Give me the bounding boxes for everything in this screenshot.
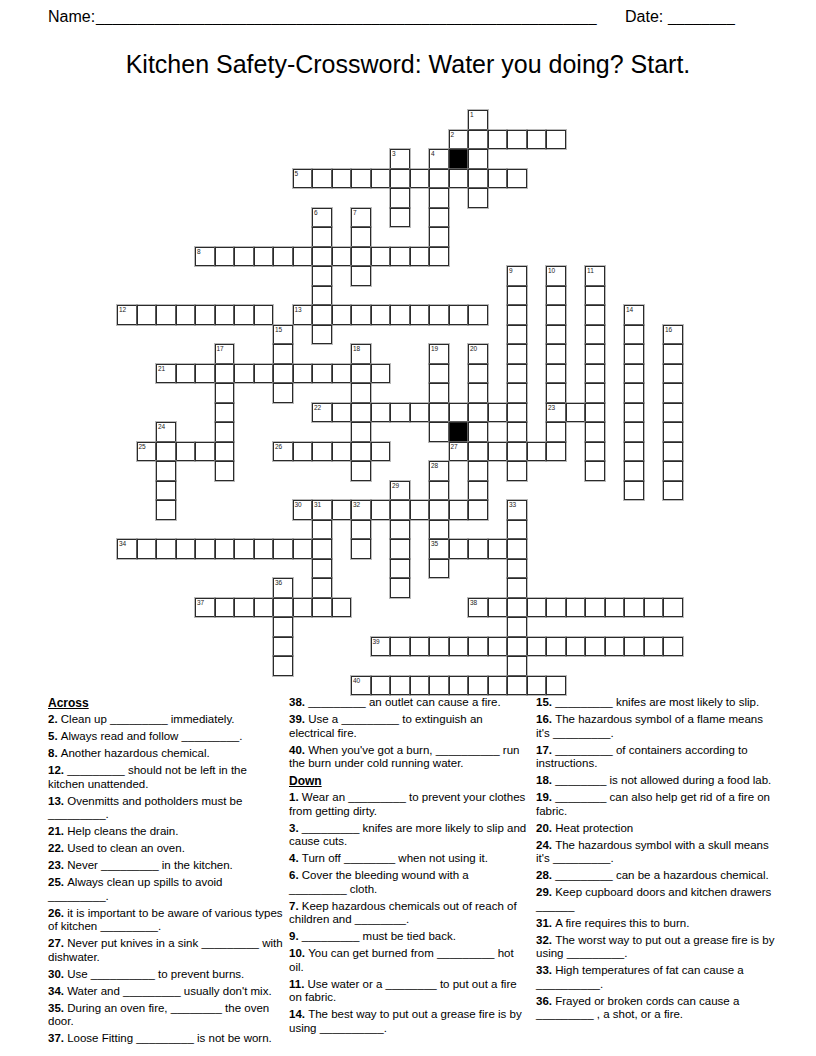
- crossword-cell-r11c22[interactable]: [546, 325, 566, 345]
- crossword-cell-r22c12[interactable]: [351, 539, 371, 559]
- crossword-cell-r25c18[interactable]: 38: [468, 598, 488, 618]
- crossword-cell-r12c5[interactable]: 17: [215, 344, 235, 364]
- crossword-cell-r23c10[interactable]: [312, 559, 332, 579]
- crossword-cell-r3c20[interactable]: [507, 169, 527, 189]
- crossword-cell-r3c19[interactable]: [488, 169, 508, 189]
- crossword-cell-r10c15[interactable]: [410, 305, 430, 325]
- clue-column-middle: 38. _________ an outlet can cause a fire…: [289, 696, 527, 1039]
- crossword-cell-r13c9[interactable]: [293, 364, 313, 384]
- crossword-cell-r25c23[interactable]: [566, 598, 586, 618]
- clue-number-27: 27: [451, 443, 458, 451]
- crossword-cell-r10c24[interactable]: [585, 305, 605, 325]
- crossword-cell-r17c9[interactable]: [293, 442, 313, 462]
- crossword-cell-r22c3[interactable]: [176, 539, 196, 559]
- crossword-cell-r10c12[interactable]: [351, 305, 371, 325]
- crossword-cell-r17c10[interactable]: [312, 442, 332, 462]
- crossword-cell-r15c22[interactable]: 23: [546, 403, 566, 423]
- crossword-cell-r17c2[interactable]: [156, 442, 176, 462]
- crossword-cell-r18c26[interactable]: [624, 461, 644, 481]
- crossword-cell-r25c11[interactable]: [332, 598, 352, 618]
- clue-number-21: 21: [158, 365, 165, 373]
- crossword-cell-r27c19[interactable]: [488, 637, 508, 657]
- crossword-cell-r12c12[interactable]: 18: [351, 344, 371, 364]
- crossword-cell-r22c6[interactable]: [234, 539, 254, 559]
- crossword-cell-r4c14[interactable]: [390, 188, 410, 208]
- crossword-cell-r15c13[interactable]: [371, 403, 391, 423]
- crossword-cell-r1c22[interactable]: [546, 130, 566, 150]
- crossword-cell-r29c18[interactable]: [468, 676, 488, 696]
- date-blank-line[interactable]: ________: [668, 8, 735, 25]
- crossword-cell-r17c8[interactable]: 26: [273, 442, 293, 462]
- crossword-cell-r6c10[interactable]: [312, 227, 332, 247]
- crossword-cell-r1c19[interactable]: [488, 130, 508, 150]
- clue-number-11: 11: [587, 267, 594, 275]
- crossword-cell-r12c18[interactable]: 20: [468, 344, 488, 364]
- crossword-cell-r27c16[interactable]: [429, 637, 449, 657]
- clue-down-24: 24. The hazardous symbol with a skull me…: [536, 839, 778, 866]
- crossword-cell-r20c16[interactable]: [429, 500, 449, 520]
- crossword-cell-r16c18[interactable]: [468, 422, 488, 442]
- crossword-cell-r13c4[interactable]: [195, 364, 215, 384]
- crossword-cell-r8c22[interactable]: 10: [546, 266, 566, 286]
- crossword-cell-r24c14[interactable]: [390, 578, 410, 598]
- crossword-cell-r17c17[interactable]: 27: [449, 442, 469, 462]
- crossword-cell-r12c28[interactable]: [663, 344, 683, 364]
- crossword-cell-r15c16[interactable]: [429, 403, 449, 423]
- crossword-cell-r3c16[interactable]: [429, 169, 449, 189]
- crossword-cell-r7c12[interactable]: [351, 247, 371, 267]
- crossword-cell-r11c26[interactable]: [624, 325, 644, 345]
- crossword-cell-r27c8[interactable]: [273, 637, 293, 657]
- crossword-cell-r27c15[interactable]: [410, 637, 430, 657]
- crossword-cell-r29c17[interactable]: [449, 676, 469, 696]
- crossword-cell-r25c6[interactable]: [234, 598, 254, 618]
- crossword-cell-r16c2[interactable]: 24: [156, 422, 176, 442]
- crossword-cell-r22c1[interactable]: [137, 539, 157, 559]
- crossword-cell-r17c28[interactable]: [663, 442, 683, 462]
- crossword-cell-r20c13[interactable]: [371, 500, 391, 520]
- crossword-cell-r18c20[interactable]: [507, 461, 527, 481]
- crossword-cell-r23c20[interactable]: [507, 559, 527, 579]
- crossword-cell-r20c17[interactable]: [449, 500, 469, 520]
- crossword-cell-r12c26[interactable]: [624, 344, 644, 364]
- crossword-cell-r18c18[interactable]: [468, 461, 488, 481]
- crossword-cell-r3c9[interactable]: 5: [293, 169, 313, 189]
- crossword-cell-r17c12[interactable]: [351, 442, 371, 462]
- crossword-cell-r12c22[interactable]: [546, 344, 566, 364]
- crossword-cell-r5c16[interactable]: [429, 208, 449, 228]
- crossword-cell-r17c11[interactable]: [332, 442, 352, 462]
- crossword-cell-r8c12[interactable]: [351, 266, 371, 286]
- crossword-cell-r13c24[interactable]: [585, 364, 605, 384]
- crossword-cell-r22c18[interactable]: [468, 539, 488, 559]
- crossword-cell-r20c12[interactable]: 32: [351, 500, 371, 520]
- crossword-cell-r24c10[interactable]: [312, 578, 332, 598]
- crossword-cell-r7c4[interactable]: 8: [195, 247, 215, 267]
- crossword-cell-r7c5[interactable]: [215, 247, 235, 267]
- crossword-cell-r17c18[interactable]: [468, 442, 488, 462]
- crossword-cell-r14c26[interactable]: [624, 383, 644, 403]
- crossword-cell-r7c9[interactable]: [293, 247, 313, 267]
- crossword-cell-r11c10[interactable]: [312, 325, 332, 345]
- crossword-cell-r16c22[interactable]: [546, 422, 566, 442]
- crossword-cell-r9c24[interactable]: [585, 286, 605, 306]
- crossword-cell-r10c3[interactable]: [176, 305, 196, 325]
- clue-number-22: 22: [314, 404, 321, 412]
- crossword-cell-r16c24[interactable]: [585, 422, 605, 442]
- crossword-cell-r25c22[interactable]: [546, 598, 566, 618]
- crossword-cell-r5c12[interactable]: 7: [351, 208, 371, 228]
- crossword-cell-r20c15[interactable]: [410, 500, 430, 520]
- crossword-cell-r17c22[interactable]: [546, 442, 566, 462]
- crossword-cell-r13c11[interactable]: [332, 364, 352, 384]
- crossword-cell-r17c5[interactable]: [215, 442, 235, 462]
- crossword-cell-r25c20[interactable]: [507, 598, 527, 618]
- crossword-cell-r6c12[interactable]: [351, 227, 371, 247]
- crossword-cell-r21c10[interactable]: [312, 520, 332, 540]
- crossword-cell-r19c2[interactable]: [156, 481, 176, 501]
- crossword-cell-r11c24[interactable]: [585, 325, 605, 345]
- crossword-cell-r9c10[interactable]: [312, 286, 332, 306]
- crossword-cell-r1c18[interactable]: [468, 130, 488, 150]
- crossword-cell-r4c16[interactable]: [429, 188, 449, 208]
- crossword-cell-r22c8[interactable]: [273, 539, 293, 559]
- crossword-cell-r1c21[interactable]: [527, 130, 547, 150]
- crossword-cell-r17c20[interactable]: [507, 442, 527, 462]
- crossword-cell-r13c16[interactable]: [429, 364, 449, 384]
- crossword-cell-r1c17[interactable]: 2: [449, 130, 469, 150]
- crossword-cell-r16c28[interactable]: [663, 422, 683, 442]
- crossword-cell-r13c7[interactable]: [254, 364, 274, 384]
- clue-number-32: 32: [353, 501, 360, 509]
- crossword-cell-r18c16[interactable]: 28: [429, 461, 449, 481]
- crossword-cell-r3c17[interactable]: [449, 169, 469, 189]
- crossword-cell-r10c13[interactable]: [371, 305, 391, 325]
- crossword-cell-r29c16[interactable]: [429, 676, 449, 696]
- crossword-cell-r29c15[interactable]: [410, 676, 430, 696]
- crossword-cell-r13c20[interactable]: [507, 364, 527, 384]
- crossword-cell-r10c6[interactable]: [234, 305, 254, 325]
- crossword-cell-r10c5[interactable]: [215, 305, 235, 325]
- crossword-cell-r27c13[interactable]: 39: [371, 637, 391, 657]
- crossword-cell-r21c14[interactable]: [390, 520, 410, 540]
- crossword-cell-r5c10[interactable]: 6: [312, 208, 332, 228]
- crossword-cell-r10c0[interactable]: 12: [117, 305, 137, 325]
- crossword-cell-r22c0[interactable]: 34: [117, 539, 137, 559]
- crossword-cell-r9c22[interactable]: [546, 286, 566, 306]
- crossword-cell-r25c21[interactable]: [527, 598, 547, 618]
- crossword-cell-r22c9[interactable]: [293, 539, 313, 559]
- crossword-cell-r15c23[interactable]: [566, 403, 586, 423]
- crossword-cell-r12c20[interactable]: [507, 344, 527, 364]
- crossword-cell-r26c20[interactable]: [507, 617, 527, 637]
- crossword-cell-r27c22[interactable]: [546, 637, 566, 657]
- crossword-cell-r8c24[interactable]: 11: [585, 266, 605, 286]
- clue-across-34: 34. Water and _________ usually don't mi…: [48, 985, 285, 999]
- crossword-cell-r29c22[interactable]: [546, 676, 566, 696]
- crossword-cell-r10c1[interactable]: [137, 305, 157, 325]
- crossword-cell-r27c21[interactable]: [527, 637, 547, 657]
- clue-number-15: 15: [275, 326, 282, 334]
- page-title: Kitchen Safety-Crossword: Water you doin…: [0, 50, 816, 79]
- crossword-cell-r7c16[interactable]: [429, 247, 449, 267]
- crossword-cell-r7c10[interactable]: [312, 247, 332, 267]
- crossword-cell-r3c10[interactable]: [312, 169, 332, 189]
- crossword-cell-r7c6[interactable]: [234, 247, 254, 267]
- clue-number-31: 31: [314, 501, 321, 509]
- crossword-cell-r25c7[interactable]: [254, 598, 274, 618]
- crossword-cell-r13c2[interactable]: 21: [156, 364, 176, 384]
- crossword-cell-r8c10[interactable]: [312, 266, 332, 286]
- clue-number-8: 8: [197, 248, 201, 256]
- crossword-cell-r20c9[interactable]: 30: [293, 500, 313, 520]
- crossword-cell-r7c15[interactable]: [410, 247, 430, 267]
- crossword-cell-r10c4[interactable]: [195, 305, 215, 325]
- crossword-cell-r11c8[interactable]: 15: [273, 325, 293, 345]
- crossword-cell-r17c1[interactable]: 25: [137, 442, 157, 462]
- crossword-cell-r22c2[interactable]: [156, 539, 176, 559]
- crossword-cell-r25c10[interactable]: [312, 598, 332, 618]
- crossword-cell-r13c28[interactable]: [663, 364, 683, 384]
- crossword-cell-r18c28[interactable]: [663, 461, 683, 481]
- crossword-cell-r7c14[interactable]: [390, 247, 410, 267]
- crossword-cell-r9c20[interactable]: [507, 286, 527, 306]
- clue-number-3: 3: [392, 150, 396, 158]
- crossword-cell-r3c14[interactable]: [390, 169, 410, 189]
- crossword-cell-r7c13[interactable]: [371, 247, 391, 267]
- crossword-cell-r11c20[interactable]: [507, 325, 527, 345]
- crossword-cell-r27c28[interactable]: [663, 637, 683, 657]
- crossword-cell-r14c28[interactable]: [663, 383, 683, 403]
- crossword-cell-r13c8[interactable]: [273, 364, 293, 384]
- crossword-cell-r14c24[interactable]: [585, 383, 605, 403]
- crossword-cell-r22c5[interactable]: [215, 539, 235, 559]
- crossword-cell-r2c14[interactable]: 3: [390, 149, 410, 169]
- clue-number-30: 30: [295, 501, 302, 509]
- crossword-cell-r25c8[interactable]: [273, 598, 293, 618]
- crossword-cell-r25c27[interactable]: [644, 598, 664, 618]
- crossword-cell-r2c16[interactable]: 4: [429, 149, 449, 169]
- crossword-cell-r20c11[interactable]: [332, 500, 352, 520]
- crossword-cell-r13c6[interactable]: [234, 364, 254, 384]
- crossword-cell-r3c18[interactable]: [468, 169, 488, 189]
- crossword-cell-r19c18[interactable]: [468, 481, 488, 501]
- crossword-cell-r2c18[interactable]: [468, 149, 488, 169]
- crossword-cell-r27c25[interactable]: [605, 637, 625, 657]
- crossword-cell-r10c7[interactable]: [254, 305, 274, 325]
- crossword-cell-r10c18[interactable]: [468, 305, 488, 325]
- crossword-cell-r6c16[interactable]: [429, 227, 449, 247]
- crossword-cell-r14c20[interactable]: [507, 383, 527, 403]
- crossword-cell-r15c28[interactable]: [663, 403, 683, 423]
- crossword-cell-r17c24[interactable]: [585, 442, 605, 462]
- crossword-cell-r10c22[interactable]: [546, 305, 566, 325]
- crossword-cell-r14c8[interactable]: [273, 383, 293, 403]
- crossword-cell-r18c24[interactable]: [585, 461, 605, 481]
- crossword-cell-r25c9[interactable]: [293, 598, 313, 618]
- crossword-cell-r19c16[interactable]: [429, 481, 449, 501]
- crossword-cell-r24c20[interactable]: [507, 578, 527, 598]
- crossword-cell-r13c18[interactable]: [468, 364, 488, 384]
- crossword-cell-r25c28[interactable]: [663, 598, 683, 618]
- crossword-cell-r29c14[interactable]: [390, 676, 410, 696]
- crossword-cell-r17c13[interactable]: [371, 442, 391, 462]
- crossword-cell-r16c12[interactable]: [351, 422, 371, 442]
- crossword-cell-r28c8[interactable]: [273, 656, 293, 676]
- clue-number-7: 7: [353, 209, 357, 217]
- name-blank-line[interactable]: ________________________________________…: [96, 8, 597, 25]
- crossword-cell-r20c2[interactable]: [156, 500, 176, 520]
- crossword-cell-r8c20[interactable]: 9: [507, 266, 527, 286]
- crossword-cell-r10c14[interactable]: [390, 305, 410, 325]
- crossword-cell-r15c14[interactable]: [390, 403, 410, 423]
- crossword-cell-r13c10[interactable]: [312, 364, 332, 384]
- crossword-cell-r15c17[interactable]: [449, 403, 469, 423]
- crossword-cell-r22c7[interactable]: [254, 539, 274, 559]
- crossword-cell-r24c8[interactable]: 36: [273, 578, 293, 598]
- crossword-cell-r27c24[interactable]: [585, 637, 605, 657]
- clue-across-35: 35. During an oven fire, ________ the ov…: [48, 1002, 285, 1029]
- crossword-cell-r22c14[interactable]: [390, 539, 410, 559]
- crossword-cell-r25c26[interactable]: [624, 598, 644, 618]
- crossword-cell-r10c2[interactable]: [156, 305, 176, 325]
- crossword-cell-r10c11[interactable]: [332, 305, 352, 325]
- crossword-cell-r27c18[interactable]: [468, 637, 488, 657]
- crossword-cell-r20c20[interactable]: 33: [507, 500, 527, 520]
- crossword-cell-r7c7[interactable]: [254, 247, 274, 267]
- crossword-cell-r22c4[interactable]: [195, 539, 215, 559]
- crossword-cell-r16c16[interactable]: [429, 422, 449, 442]
- crossword-cell-r12c8[interactable]: [273, 344, 293, 364]
- crossword-cell-r10c26[interactable]: 14: [624, 305, 644, 325]
- crossword-cell-r25c4[interactable]: 37: [195, 598, 215, 618]
- crossword-cell-r15c19[interactable]: [488, 403, 508, 423]
- crossword-cell-r29c19[interactable]: [488, 676, 508, 696]
- crossword-cell-r7c8[interactable]: [273, 247, 293, 267]
- crossword-cell-r22c16[interactable]: 35: [429, 539, 449, 559]
- crossword-cell-r10c20[interactable]: [507, 305, 527, 325]
- crossword-cell-r14c5[interactable]: [215, 383, 235, 403]
- crossword-cell-r18c2[interactable]: [156, 461, 176, 481]
- crossword-cell-r3c13[interactable]: [371, 169, 391, 189]
- crossword-cell-r25c24[interactable]: [585, 598, 605, 618]
- crossword-cell-r27c14[interactable]: [390, 637, 410, 657]
- crossword-cell-r19c28[interactable]: [663, 481, 683, 501]
- crossword-cell-r17c21[interactable]: [527, 442, 547, 462]
- crossword-cell-r17c19[interactable]: [488, 442, 508, 462]
- crossword-cell-r13c12[interactable]: [351, 364, 371, 384]
- crossword-cell-r21c12[interactable]: [351, 520, 371, 540]
- crossword-cell-r0c18[interactable]: 1: [468, 110, 488, 130]
- crossword-cell-r15c10[interactable]: 22: [312, 403, 332, 423]
- crossword-cell-r27c26[interactable]: [624, 637, 644, 657]
- crossword-cell-r11c28[interactable]: 16: [663, 325, 683, 345]
- crossword-cell-r13c26[interactable]: [624, 364, 644, 384]
- crossword-cell-r15c18[interactable]: [468, 403, 488, 423]
- crossword-cell-r16c5[interactable]: [215, 422, 235, 442]
- crossword-cell-r22c19[interactable]: [488, 539, 508, 559]
- crossword-cell-r18c5[interactable]: [215, 461, 235, 481]
- crossword-cell-r16c20[interactable]: [507, 422, 527, 442]
- crossword-cell-r15c24[interactable]: [585, 403, 605, 423]
- crossword-cell-r15c11[interactable]: [332, 403, 352, 423]
- crossword-cell-r23c14[interactable]: [390, 559, 410, 579]
- crossword-cell-r29c20[interactable]: [507, 676, 527, 696]
- crossword-cell-r29c21[interactable]: [527, 676, 547, 696]
- crossword-cell-r13c22[interactable]: [546, 364, 566, 384]
- crossword-cell-r3c12[interactable]: [351, 169, 371, 189]
- crossword-cell-r16c26[interactable]: [624, 422, 644, 442]
- black-cell: [449, 422, 469, 442]
- clue-down-33: 33. High temperatures of fat can cause a…: [536, 964, 778, 991]
- crossword-cell-r14c12[interactable]: [351, 383, 371, 403]
- crossword-cell-r27c23[interactable]: [566, 637, 586, 657]
- crossword-cell-r14c18[interactable]: [468, 383, 488, 403]
- crossword-cell-r25c5[interactable]: [215, 598, 235, 618]
- crossword-cell-r29c13[interactable]: [371, 676, 391, 696]
- crossword-cell-r19c26[interactable]: [624, 481, 644, 501]
- crossword-cell-r3c11[interactable]: [332, 169, 352, 189]
- crossword-cell-r15c26[interactable]: [624, 403, 644, 423]
- crossword-cell-r15c12[interactable]: [351, 403, 371, 423]
- crossword-cell-r13c5[interactable]: [215, 364, 235, 384]
- crossword-cell-r10c9[interactable]: 13: [293, 305, 313, 325]
- crossword-cell-r17c3[interactable]: [176, 442, 196, 462]
- crossword-cell-r27c27[interactable]: [644, 637, 664, 657]
- crossword-cell-r19c14[interactable]: 29: [390, 481, 410, 501]
- crossword-cell-r14c16[interactable]: [429, 383, 449, 403]
- crossword-cell-r29c12[interactable]: 40: [351, 676, 371, 696]
- crossword-cell-r26c8[interactable]: [273, 617, 293, 637]
- crossword-cell-r12c16[interactable]: 19: [429, 344, 449, 364]
- crossword-cell-r25c19[interactable]: [488, 598, 508, 618]
- crossword-cell-r15c20[interactable]: [507, 403, 527, 423]
- crossword-cell-r22c10[interactable]: [312, 539, 332, 559]
- crossword-cell-r13c3[interactable]: [176, 364, 196, 384]
- crossword-cell-r3c15[interactable]: [410, 169, 430, 189]
- crossword-cell-r10c10[interactable]: [312, 305, 332, 325]
- crossword-cell-r12c24[interactable]: [585, 344, 605, 364]
- crossword-cell-r28c20[interactable]: [507, 656, 527, 676]
- crossword-cell-r21c20[interactable]: [507, 520, 527, 540]
- crossword-cell-r21c16[interactable]: [429, 520, 449, 540]
- crossword-cell-r7c11[interactable]: [332, 247, 352, 267]
- crossword-cell-r18c12[interactable]: [351, 461, 371, 481]
- crossword-cell-r1c20[interactable]: [507, 130, 527, 150]
- crossword-cell-r23c16[interactable]: [429, 559, 449, 579]
- crossword-cell-r10c17[interactable]: [449, 305, 469, 325]
- crossword-cell-r22c20[interactable]: [507, 539, 527, 559]
- clue-number-40: 40: [353, 677, 360, 685]
- crossword-cell-r5c14[interactable]: [390, 208, 410, 228]
- crossword-cell-r10c16[interactable]: [429, 305, 449, 325]
- crossword-cell-r20c14[interactable]: [390, 500, 410, 520]
- crossword-cell-r4c18[interactable]: [468, 188, 488, 208]
- crossword-cell-r17c26[interactable]: [624, 442, 644, 462]
- crossword-cell-r27c17[interactable]: [449, 637, 469, 657]
- crossword-cell-r17c4[interactable]: [195, 442, 215, 462]
- crossword-cell-r27c20[interactable]: [507, 637, 527, 657]
- crossword-cell-r15c15[interactable]: [410, 403, 430, 423]
- crossword-cell-r14c22[interactable]: [546, 383, 566, 403]
- crossword-cell-r15c5[interactable]: [215, 403, 235, 423]
- crossword-cell-r22c17[interactable]: [449, 539, 469, 559]
- crossword-cell-r20c10[interactable]: 31: [312, 500, 332, 520]
- clue-down-11: 11. Use water or a ________ to put out a…: [289, 978, 527, 1005]
- crossword-cell-r13c13[interactable]: [371, 364, 391, 384]
- crossword-cell-r20c18[interactable]: [468, 500, 488, 520]
- crossword-cell-r25c25[interactable]: [605, 598, 625, 618]
